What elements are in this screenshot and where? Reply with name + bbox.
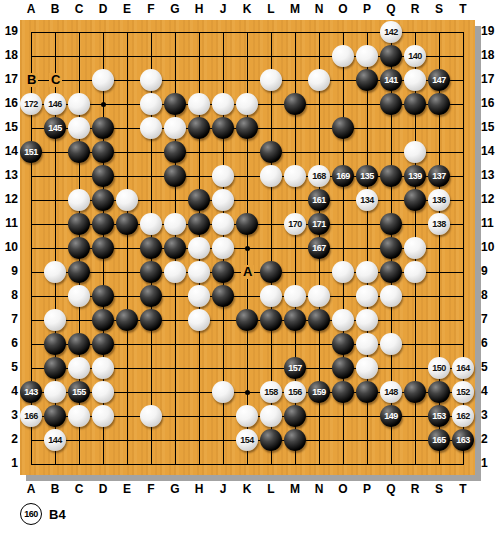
black-stone-E7[interactable] xyxy=(116,309,138,331)
white-stone-J10[interactable] xyxy=(212,237,234,259)
white-stone-A16[interactable]: 172 xyxy=(20,93,42,115)
column-label-J: J xyxy=(211,482,235,496)
black-stone-O13[interactable]: 169 xyxy=(332,165,354,187)
black-stone-M2[interactable] xyxy=(284,429,306,451)
row-label-13: 13 xyxy=(0,168,18,182)
white-stone-J13[interactable] xyxy=(212,165,234,187)
black-stone-E11[interactable] xyxy=(116,213,138,235)
black-stone-C4[interactable]: 155 xyxy=(68,381,90,403)
black-stone-L7[interactable] xyxy=(260,309,282,331)
column-label-D: D xyxy=(91,482,115,496)
point-annotation-B: B xyxy=(25,73,38,87)
white-stone-S5[interactable]: 150 xyxy=(428,357,450,379)
grid-line-horizontal xyxy=(31,464,464,465)
row-label-3: 3 xyxy=(481,408,499,422)
white-stone-B4[interactable] xyxy=(44,381,66,403)
white-stone-N17[interactable] xyxy=(308,69,330,91)
black-stone-D6[interactable] xyxy=(92,333,114,355)
white-stone-S12[interactable]: 136 xyxy=(428,189,450,211)
white-stone-J12[interactable] xyxy=(212,189,234,211)
goban[interactable]: 1421401411471721461451511681691351391371… xyxy=(20,20,475,475)
black-stone-C11[interactable] xyxy=(68,213,90,235)
row-label-9: 9 xyxy=(481,264,499,278)
white-stone-Q19[interactable]: 142 xyxy=(380,21,402,43)
column-label-P: P xyxy=(355,482,379,496)
black-stone-N12[interactable]: 161 xyxy=(308,189,330,211)
white-stone-D3[interactable] xyxy=(92,405,114,427)
black-stone-P4[interactable] xyxy=(356,381,378,403)
white-stone-C8[interactable] xyxy=(68,285,90,307)
row-label-15: 15 xyxy=(481,120,499,134)
black-stone-P17[interactable] xyxy=(356,69,378,91)
row-label-19: 19 xyxy=(481,24,499,38)
row-label-6: 6 xyxy=(481,336,499,350)
star-point xyxy=(245,246,250,251)
black-stone-R13[interactable]: 139 xyxy=(404,165,426,187)
black-stone-B15[interactable]: 145 xyxy=(44,117,66,139)
black-stone-C10[interactable] xyxy=(68,237,90,259)
white-stone-R18[interactable]: 140 xyxy=(404,45,426,67)
row-label-9: 9 xyxy=(0,264,18,278)
white-stone-H9[interactable] xyxy=(188,261,210,283)
black-stone-M3[interactable] xyxy=(284,405,306,427)
white-stone-L13[interactable] xyxy=(260,165,282,187)
black-stone-C6[interactable] xyxy=(68,333,90,355)
white-stone-F3[interactable] xyxy=(140,405,162,427)
white-stone-G15[interactable] xyxy=(164,117,186,139)
caption-point-label: B4 xyxy=(49,507,66,522)
black-stone-Q9[interactable] xyxy=(380,261,402,283)
column-label-S: S xyxy=(427,2,451,16)
black-stone-G16[interactable] xyxy=(164,93,186,115)
row-label-1: 1 xyxy=(481,456,499,470)
column-label-K: K xyxy=(235,482,259,496)
column-label-Q: Q xyxy=(379,2,403,16)
white-stone-E12[interactable] xyxy=(116,189,138,211)
point-annotation-A: A xyxy=(241,265,254,279)
column-label-M: M xyxy=(283,2,307,16)
black-stone-D13[interactable] xyxy=(92,165,114,187)
row-label-4: 4 xyxy=(0,384,18,398)
column-label-G: G xyxy=(163,482,187,496)
white-stone-R9[interactable] xyxy=(404,261,426,283)
column-label-B: B xyxy=(43,482,67,496)
black-stone-F9[interactable] xyxy=(140,261,162,283)
row-label-13: 13 xyxy=(481,168,499,182)
row-label-8: 8 xyxy=(0,288,18,302)
row-label-7: 7 xyxy=(481,312,499,326)
black-stone-L14[interactable] xyxy=(260,141,282,163)
white-stone-T5[interactable]: 164 xyxy=(452,357,474,379)
white-stone-G11[interactable] xyxy=(164,213,186,235)
white-stone-L17[interactable] xyxy=(260,69,282,91)
black-stone-Q17[interactable]: 141 xyxy=(380,69,402,91)
black-stone-L2[interactable] xyxy=(260,429,282,451)
black-stone-O5[interactable] xyxy=(332,357,354,379)
column-label-H: H xyxy=(187,482,211,496)
white-stone-J4[interactable] xyxy=(212,381,234,403)
black-stone-Q13[interactable] xyxy=(380,165,402,187)
row-label-8: 8 xyxy=(481,288,499,302)
white-stone-K16[interactable] xyxy=(236,93,258,115)
column-label-K: K xyxy=(235,2,259,16)
white-stone-O7[interactable] xyxy=(332,309,354,331)
white-stone-P5[interactable] xyxy=(356,357,378,379)
black-stone-D15[interactable] xyxy=(92,117,114,139)
column-label-T: T xyxy=(451,2,475,16)
white-stone-H8[interactable] xyxy=(188,285,210,307)
white-stone-F16[interactable] xyxy=(140,93,162,115)
black-stone-R16[interactable] xyxy=(404,93,426,115)
white-stone-C12[interactable] xyxy=(68,189,90,211)
row-label-16: 16 xyxy=(0,96,18,110)
column-label-L: L xyxy=(259,482,283,496)
black-stone-Q3[interactable]: 149 xyxy=(380,405,402,427)
black-stone-S16[interactable] xyxy=(428,93,450,115)
white-stone-O9[interactable] xyxy=(332,261,354,283)
white-stone-T4[interactable]: 152 xyxy=(452,381,474,403)
white-stone-S11[interactable]: 138 xyxy=(428,213,450,235)
row-label-17: 17 xyxy=(0,72,18,86)
black-stone-B3[interactable] xyxy=(44,405,66,427)
black-stone-N4[interactable]: 159 xyxy=(308,381,330,403)
white-stone-H10[interactable] xyxy=(188,237,210,259)
column-label-E: E xyxy=(115,2,139,16)
row-label-15: 15 xyxy=(0,120,18,134)
row-label-2: 2 xyxy=(481,432,499,446)
white-stone-J11[interactable] xyxy=(212,213,234,235)
black-stone-J8[interactable] xyxy=(212,285,234,307)
black-stone-J15[interactable] xyxy=(212,117,234,139)
white-stone-K3[interactable] xyxy=(236,405,258,427)
black-stone-P13[interactable]: 135 xyxy=(356,165,378,187)
black-stone-G13[interactable] xyxy=(164,165,186,187)
white-stone-F15[interactable] xyxy=(140,117,162,139)
point-annotation-C: C xyxy=(49,73,62,87)
row-label-7: 7 xyxy=(0,312,18,326)
row-label-18: 18 xyxy=(0,48,18,62)
column-label-C: C xyxy=(67,482,91,496)
white-stone-C15[interactable] xyxy=(68,117,90,139)
black-stone-K11[interactable] xyxy=(236,213,258,235)
column-label-R: R xyxy=(403,482,427,496)
black-stone-M16[interactable] xyxy=(284,93,306,115)
row-label-14: 14 xyxy=(0,144,18,158)
row-label-6: 6 xyxy=(0,336,18,350)
black-stone-H15[interactable] xyxy=(188,117,210,139)
white-stone-M4[interactable]: 156 xyxy=(284,381,306,403)
black-stone-F7[interactable] xyxy=(140,309,162,331)
star-point xyxy=(245,390,250,395)
white-stone-H16[interactable] xyxy=(188,93,210,115)
black-stone-S17[interactable]: 147 xyxy=(428,69,450,91)
white-stone-K2[interactable]: 154 xyxy=(236,429,258,451)
black-stone-R4[interactable] xyxy=(404,381,426,403)
white-stone-P18[interactable] xyxy=(356,45,378,67)
column-label-B: B xyxy=(43,2,67,16)
black-stone-F10[interactable] xyxy=(140,237,162,259)
row-label-12: 12 xyxy=(481,192,499,206)
black-stone-Q11[interactable] xyxy=(380,213,402,235)
black-stone-O15[interactable] xyxy=(332,117,354,139)
column-label-F: F xyxy=(139,482,163,496)
black-stone-C9[interactable] xyxy=(68,261,90,283)
column-label-F: F xyxy=(139,2,163,16)
black-stone-S3[interactable]: 153 xyxy=(428,405,450,427)
row-label-5: 5 xyxy=(0,360,18,374)
column-label-M: M xyxy=(283,482,307,496)
white-stone-P12[interactable]: 134 xyxy=(356,189,378,211)
row-label-2: 2 xyxy=(0,432,18,446)
white-stone-C3[interactable] xyxy=(68,405,90,427)
black-stone-B6[interactable] xyxy=(44,333,66,355)
column-label-E: E xyxy=(115,482,139,496)
white-stone-P7[interactable] xyxy=(356,309,378,331)
row-label-5: 5 xyxy=(481,360,499,374)
black-stone-Q16[interactable] xyxy=(380,93,402,115)
column-label-O: O xyxy=(331,2,355,16)
column-label-P: P xyxy=(355,2,379,16)
white-stone-B7[interactable] xyxy=(44,309,66,331)
row-label-11: 11 xyxy=(481,216,499,230)
white-stone-P8[interactable] xyxy=(356,285,378,307)
column-label-N: N xyxy=(307,482,331,496)
white-stone-H7[interactable] xyxy=(188,309,210,331)
black-stone-M7[interactable] xyxy=(284,309,306,331)
row-label-14: 14 xyxy=(481,144,499,158)
white-stone-R17[interactable] xyxy=(404,69,426,91)
black-stone-R12[interactable] xyxy=(404,189,426,211)
black-stone-Q10[interactable] xyxy=(380,237,402,259)
row-label-1: 1 xyxy=(0,456,18,470)
column-label-S: S xyxy=(427,482,451,496)
column-label-J: J xyxy=(211,2,235,16)
black-stone-G14[interactable] xyxy=(164,141,186,163)
white-stone-M11[interactable]: 170 xyxy=(284,213,306,235)
white-stone-R14[interactable] xyxy=(404,141,426,163)
black-stone-B5[interactable] xyxy=(44,357,66,379)
column-label-D: D xyxy=(91,2,115,16)
black-stone-M5[interactable]: 157 xyxy=(284,357,306,379)
white-stone-M8[interactable] xyxy=(284,285,306,307)
white-stone-R10[interactable] xyxy=(404,237,426,259)
column-label-C: C xyxy=(67,2,91,16)
column-label-G: G xyxy=(163,2,187,16)
column-label-O: O xyxy=(331,482,355,496)
black-stone-G10[interactable] xyxy=(164,237,186,259)
go-kifu-page: 1421401411471721461451511681691351391371… xyxy=(0,0,500,537)
black-stone-N11[interactable]: 171 xyxy=(308,213,330,235)
black-stone-Q18[interactable] xyxy=(380,45,402,67)
black-stone-D11[interactable] xyxy=(92,213,114,235)
row-label-19: 19 xyxy=(0,24,18,38)
white-stone-D17[interactable] xyxy=(92,69,114,91)
white-stone-D5[interactable] xyxy=(92,357,114,379)
row-label-10: 10 xyxy=(481,240,499,254)
black-stone-N7[interactable] xyxy=(308,309,330,331)
column-label-N: N xyxy=(307,2,331,16)
white-stone-C5[interactable] xyxy=(68,357,90,379)
white-stone-B9[interactable] xyxy=(44,261,66,283)
move-caption: 160 B4 xyxy=(20,503,66,525)
black-stone-K7[interactable] xyxy=(236,309,258,331)
black-stone-K15[interactable] xyxy=(236,117,258,139)
white-stone-L3[interactable] xyxy=(260,405,282,427)
column-label-A: A xyxy=(19,2,43,16)
white-stone-F17[interactable] xyxy=(140,69,162,91)
row-label-11: 11 xyxy=(0,216,18,230)
white-stone-B16[interactable]: 146 xyxy=(44,93,66,115)
row-label-10: 10 xyxy=(0,240,18,254)
column-label-Q: Q xyxy=(379,482,403,496)
black-stone-C14[interactable] xyxy=(68,141,90,163)
black-stone-N10[interactable]: 167 xyxy=(308,237,330,259)
white-stone-N13[interactable]: 168 xyxy=(308,165,330,187)
star-point xyxy=(101,102,106,107)
row-label-3: 3 xyxy=(0,408,18,422)
black-stone-O4[interactable] xyxy=(332,381,354,403)
column-label-A: A xyxy=(19,482,43,496)
black-stone-D7[interactable] xyxy=(92,309,114,331)
white-stone-Q6[interactable] xyxy=(380,333,402,355)
white-stone-Q8[interactable] xyxy=(380,285,402,307)
white-stone-P6[interactable] xyxy=(356,333,378,355)
row-label-12: 12 xyxy=(0,192,18,206)
black-stone-D14[interactable] xyxy=(92,141,114,163)
white-stone-Q4[interactable]: 148 xyxy=(380,381,402,403)
black-stone-S4[interactable] xyxy=(428,381,450,403)
column-label-T: T xyxy=(451,482,475,496)
white-stone-M13[interactable] xyxy=(284,165,306,187)
black-stone-F8[interactable] xyxy=(140,285,162,307)
white-stone-N8[interactable] xyxy=(308,285,330,307)
black-stone-S13[interactable]: 137 xyxy=(428,165,450,187)
white-stone-L8[interactable] xyxy=(260,285,282,307)
white-stone-G9[interactable] xyxy=(164,261,186,283)
white-stone-O18[interactable] xyxy=(332,45,354,67)
black-stone-H11[interactable] xyxy=(188,213,210,235)
row-label-4: 4 xyxy=(481,384,499,398)
black-stone-S2[interactable]: 165 xyxy=(428,429,450,451)
white-stone-L4[interactable]: 158 xyxy=(260,381,282,403)
black-stone-H12[interactable] xyxy=(188,189,210,211)
black-stone-A14[interactable]: 151 xyxy=(20,141,42,163)
caption-move-number-circle: 160 xyxy=(20,503,42,525)
white-stone-C16[interactable] xyxy=(68,93,90,115)
white-stone-J16[interactable] xyxy=(212,93,234,115)
black-stone-D8[interactable] xyxy=(92,285,114,307)
white-stone-T3[interactable]: 162 xyxy=(452,405,474,427)
row-label-18: 18 xyxy=(481,48,499,62)
white-stone-P9[interactable] xyxy=(356,261,378,283)
white-stone-F11[interactable] xyxy=(140,213,162,235)
column-label-H: H xyxy=(187,2,211,16)
black-stone-J9[interactable] xyxy=(212,261,234,283)
white-stone-D4[interactable] xyxy=(92,381,114,403)
column-label-R: R xyxy=(403,2,427,16)
row-label-16: 16 xyxy=(481,96,499,110)
black-stone-L9[interactable] xyxy=(260,261,282,283)
white-stone-A3[interactable]: 166 xyxy=(20,405,42,427)
column-label-L: L xyxy=(259,2,283,16)
black-stone-A4[interactable]: 143 xyxy=(20,381,42,403)
row-label-17: 17 xyxy=(481,72,499,86)
black-stone-O6[interactable] xyxy=(332,333,354,355)
white-stone-B2[interactable]: 144 xyxy=(44,429,66,451)
black-stone-D12[interactable] xyxy=(92,189,114,211)
black-stone-T2[interactable]: 163 xyxy=(452,429,474,451)
black-stone-D10[interactable] xyxy=(92,237,114,259)
